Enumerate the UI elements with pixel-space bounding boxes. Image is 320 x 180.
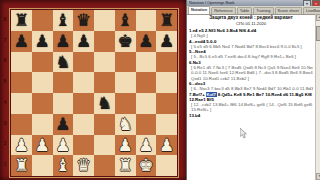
move-text[interactable]: [ 6...Nxc3 7.bxc3 d5 8.Bb3 Be7 9.Nxd4 Bd…: [191, 86, 313, 91]
square-h4[interactable]: [156, 93, 177, 114]
white-p-piece: ♟: [136, 135, 157, 156]
square-h6[interactable]: [156, 52, 177, 73]
move-text[interactable]: Qxd1 10.Rxd1 cxb2 11.Bxb2 ]: [191, 76, 249, 81]
white-n-piece: ♞: [115, 114, 136, 135]
square-a2[interactable]: ♟: [11, 135, 32, 156]
move-text[interactable]: 12.Rae1 Bf5: [189, 97, 214, 102]
square-e7[interactable]: [94, 31, 115, 52]
square-c5[interactable]: [53, 72, 74, 93]
square-a1[interactable]: ♜: [11, 155, 32, 176]
square-d8[interactable]: ♛: [73, 10, 94, 31]
square-c6[interactable]: ♞: [53, 52, 74, 73]
game-date: СПб 01.11.2020: [187, 21, 315, 26]
square-a5[interactable]: [11, 72, 32, 93]
square-e2[interactable]: [94, 135, 115, 156]
square-h5[interactable]: [156, 72, 177, 93]
rank-label-1: 1: [0, 154, 10, 175]
square-f7[interactable]: ♚: [115, 31, 136, 52]
scrollbar[interactable]: ▲ ▼: [315, 14, 320, 180]
square-e1[interactable]: [94, 155, 115, 176]
move-text[interactable]: 6.Nc3: [189, 60, 201, 65]
rank-label-2: 2: [0, 134, 10, 155]
move-text[interactable]: [ 12...cxb2 13.Bb4+ Bf6 14.Bxf6+ gxf6 ( …: [191, 102, 313, 107]
square-a4[interactable]: [11, 93, 32, 114]
square-e5[interactable]: [94, 72, 115, 93]
square-d7[interactable]: ♟: [73, 31, 94, 52]
mainline-row: 13.b4: [189, 113, 313, 118]
square-e8[interactable]: [94, 10, 115, 31]
square-b3[interactable]: [32, 114, 53, 135]
square-d2[interactable]: [73, 135, 94, 156]
tab-table[interactable]: Table: [237, 7, 253, 14]
square-a3[interactable]: [11, 114, 32, 135]
square-h7[interactable]: ♟: [156, 31, 177, 52]
square-g3[interactable]: [136, 114, 157, 135]
square-e6[interactable]: [94, 52, 115, 73]
square-h1[interactable]: [156, 155, 177, 176]
scroll-up-icon[interactable]: ▲: [316, 14, 320, 21]
square-d4[interactable]: [73, 93, 94, 114]
black-p-piece: ♟: [53, 114, 74, 135]
rank-label-6: 6: [0, 51, 10, 72]
move-text[interactable]: 8.Qd5+ Ke8 9.Re1 Be7 10.Rxe4 d6 11.Bg5 K…: [217, 92, 312, 97]
square-f3[interactable]: ♞: [115, 114, 136, 135]
white-p-piece: ♟: [53, 135, 74, 156]
white-r-piece: ♜: [11, 155, 32, 176]
selected-move[interactable]: Kxf7: [206, 92, 217, 97]
square-e4[interactable]: ♞: [94, 93, 115, 114]
white-r-piece: ♜: [115, 155, 136, 176]
square-d5[interactable]: [73, 72, 94, 93]
square-f4[interactable]: [115, 93, 136, 114]
move-text[interactable]: [ 5...Bc5 6.e5 d5 7.exf6 dxc4 8.fxg7 Rg8…: [191, 54, 296, 59]
rank-label-4: 4: [0, 92, 10, 113]
black-p-piece: ♟: [73, 31, 94, 52]
white-q-piece: ♛: [73, 155, 94, 176]
scrollbar-thumb[interactable]: [316, 26, 320, 41]
rank-label-3: 3: [0, 113, 10, 134]
black-p-piece: ♟: [156, 31, 177, 52]
tab-bar: NotationReferenceTableTrainingScore shee…: [187, 6, 320, 15]
app-window: 87654321 abcdefgh ♜♝♛♝♜♟♟♟♟♚♟♟♞♞♟♞♟♟♟♟♟♟…: [0, 0, 320, 180]
square-c7[interactable]: ♟: [53, 31, 74, 52]
square-f8[interactable]: ♝: [115, 10, 136, 31]
rank-labels: 87654321: [0, 9, 10, 175]
square-b2[interactable]: ♟: [32, 135, 53, 156]
white-b-piece: ♝: [53, 155, 74, 176]
black-b-piece: ♝: [53, 10, 74, 31]
black-p-piece: ♟: [11, 31, 32, 52]
rank-label-8: 8: [0, 9, 10, 30]
black-n-piece: ♞: [53, 52, 74, 73]
rank-label-5: 5: [0, 71, 10, 92]
square-f2[interactable]: ♟: [115, 135, 136, 156]
square-a6[interactable]: [11, 52, 32, 73]
white-k-piece: ♚: [136, 155, 157, 176]
variation-row: [ 5.e5 d5 6.Bb5 Ne4 7.Nxd4 Bd7 8.Bxc6 bx…: [189, 44, 313, 49]
rank-label-7: 7: [0, 30, 10, 51]
square-b5[interactable]: [32, 72, 53, 93]
square-g1[interactable]: ♚: [136, 155, 157, 176]
black-n-piece: ♞: [94, 93, 115, 114]
square-f6[interactable]: [115, 52, 136, 73]
square-g8[interactable]: [136, 10, 157, 31]
white-p-piece: ♟: [156, 135, 177, 156]
move-text[interactable]: 7.Bxf7+: [189, 92, 206, 97]
square-g6[interactable]: [136, 52, 157, 73]
black-k-piece: ♚: [115, 31, 136, 52]
square-b1[interactable]: [32, 155, 53, 176]
mouse-cursor: [240, 128, 248, 139]
square-f1[interactable]: ♜: [115, 155, 136, 176]
square-c8[interactable]: ♝: [53, 10, 74, 31]
white-p-piece: ♟: [115, 135, 136, 156]
black-r-piece: ♜: [11, 10, 32, 31]
black-b-piece: ♝: [115, 10, 136, 31]
square-a7[interactable]: ♟: [11, 31, 32, 52]
move-text[interactable]: 15.Rxf6+ ]: [191, 107, 211, 112]
square-f5[interactable]: [115, 72, 136, 93]
square-e3[interactable]: [94, 114, 115, 135]
square-b6[interactable]: [32, 52, 53, 73]
board: ♜♝♛♝♜♟♟♟♟♚♟♟♞♞♟♞♟♟♟♟♟♟♜♝♛♜♚: [10, 9, 178, 177]
tab-reference[interactable]: Reference: [211, 7, 235, 14]
square-d6[interactable]: [73, 52, 94, 73]
black-q-piece: ♛: [73, 10, 94, 31]
move-text[interactable]: 13.b4: [189, 113, 200, 118]
white-p-piece: ♟: [32, 135, 53, 156]
square-h2[interactable]: ♟: [156, 135, 177, 156]
black-r-piece: ♜: [156, 10, 177, 31]
move-text[interactable]: 4...exd4 5.0-0: [189, 39, 216, 44]
square-b7[interactable]: ♟: [32, 31, 53, 52]
black-p-piece: ♟: [32, 31, 53, 52]
square-b8[interactable]: [32, 10, 53, 31]
notation-panel: Notation / Openings Book ▾ × NotationRef…: [186, 0, 320, 180]
square-c4[interactable]: [53, 93, 74, 114]
square-d1[interactable]: ♛: [73, 155, 94, 176]
move-text[interactable]: [ 5.e5 d5 6.Bb5 Ne4 7.Nxd4 Bd7 8.Bxc6 bx…: [191, 44, 302, 49]
tab-score-sheet[interactable]: Score sheet: [275, 7, 302, 14]
tab-livebook[interactable]: LiveBook: [303, 7, 320, 14]
black-p-piece: ♟: [53, 31, 74, 52]
move-text[interactable]: 0-0-0 11.Nxe6 fxe6 12.Rxe6 Bd6 ) 7...dxc…: [191, 70, 313, 75]
square-c3[interactable]: ♟: [53, 114, 74, 135]
square-h3[interactable]: [156, 114, 177, 135]
scroll-down-icon[interactable]: ▼: [316, 173, 320, 180]
move-text[interactable]: 1.e4 e5 2.Nf3 Nc6 3.Bc4 Nf6 4.d4: [189, 28, 256, 33]
variation-row: [ 5...Bc5 6.e5 d5 7.exf6 dxc4 8.fxg7 Rg8…: [189, 54, 313, 59]
move-text[interactable]: [ 6.Re1 d5 7.Nc3 ( 7.Bxd5 Qxd5 8.Nc3 Qa5…: [191, 65, 313, 70]
square-g4[interactable]: [136, 93, 157, 114]
square-g7[interactable]: ♟: [136, 31, 157, 52]
square-c1[interactable]: ♝: [53, 155, 74, 176]
square-g2[interactable]: ♟: [136, 135, 157, 156]
black-p-piece: ♟: [136, 31, 157, 52]
game-header: Защита двух коней : редкий вариант СПб 0…: [187, 15, 315, 26]
square-d3[interactable]: [73, 114, 94, 135]
move-text[interactable]: 6...dxc3: [189, 81, 205, 86]
tab-notation[interactable]: Notation: [188, 6, 210, 14]
square-b4[interactable]: [32, 93, 53, 114]
square-c2[interactable]: ♟: [53, 135, 74, 156]
white-p-piece: ♟: [11, 135, 32, 156]
square-h8[interactable]: ♜: [156, 10, 177, 31]
square-a8[interactable]: ♜: [11, 10, 32, 31]
board-panel: 87654321 abcdefgh ♜♝♛♝♜♟♟♟♟♚♟♟♞♞♟♞♟♟♟♟♟♟…: [0, 0, 186, 180]
tab-training[interactable]: Training: [253, 7, 273, 14]
square-g5[interactable]: [136, 72, 157, 93]
move-list: 1.e4 e5 2.Nf3 Nc6 3.Bc4 Nf6 4.d4[ 4.Ng5 …: [189, 28, 313, 118]
move-text[interactable]: [ 4.Ng5 ]: [191, 33, 208, 38]
move-text[interactable]: 5...Nxe4: [189, 49, 206, 54]
